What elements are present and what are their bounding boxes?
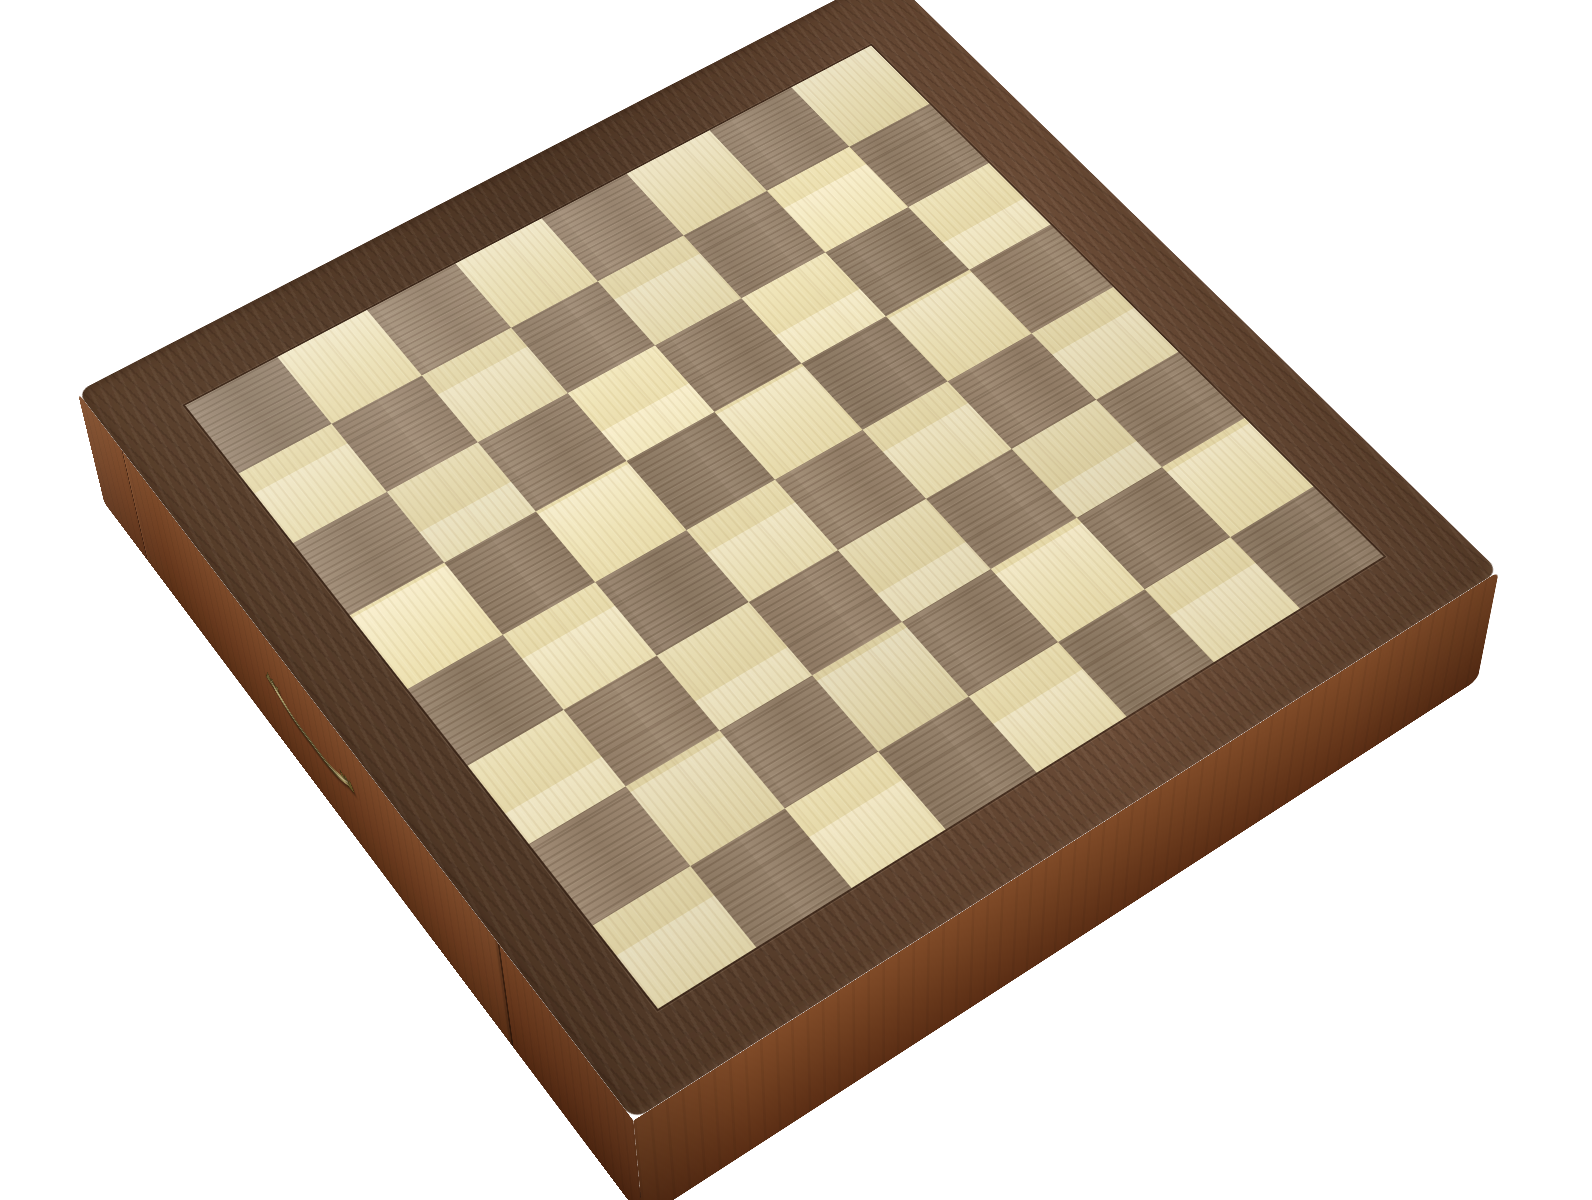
chess-board xyxy=(182,44,1386,1012)
product-photo-scene xyxy=(0,0,1592,1200)
board-top-face xyxy=(77,0,1498,1120)
